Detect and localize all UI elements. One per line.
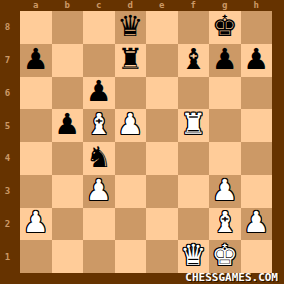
white-pawn: ♟ [117,110,143,139]
square-f4[interactable] [178,142,210,175]
square-f1[interactable]: ♛ [178,240,210,273]
rank-label-8: 8 [0,11,20,44]
white-rook: ♜ [180,110,206,139]
rank-label-5: 5 [0,109,20,142]
square-e6[interactable] [146,77,178,110]
square-g8[interactable]: ♚ [209,11,241,44]
square-a6[interactable] [20,77,52,110]
black-bishop: ♝ [180,45,206,74]
square-b5[interactable]: ♟ [52,109,84,142]
square-d5[interactable]: ♟ [115,109,147,142]
square-c5[interactable]: ♝ [83,109,115,142]
rank-labels: 87654321 [0,11,20,273]
square-c2[interactable] [83,208,115,241]
square-d6[interactable] [115,77,147,110]
square-g7[interactable]: ♟ [209,44,241,77]
white-pawn: ♟ [212,176,238,205]
square-b8[interactable] [52,11,84,44]
square-h6[interactable] [241,77,273,110]
square-a5[interactable] [20,109,52,142]
square-c8[interactable] [83,11,115,44]
square-c6[interactable]: ♟ [83,77,115,110]
file-label-b: b [52,0,84,11]
square-g4[interactable] [209,142,241,175]
square-e3[interactable] [146,175,178,208]
white-bishop: ♝ [86,110,112,139]
square-h8[interactable] [241,11,273,44]
white-queen: ♛ [180,241,206,270]
square-f2[interactable] [178,208,210,241]
square-f5[interactable]: ♜ [178,109,210,142]
square-f8[interactable] [178,11,210,44]
square-g2[interactable]: ♝ [209,208,241,241]
rank-label-6: 6 [0,77,20,110]
square-h4[interactable] [241,142,273,175]
square-h1[interactable] [241,240,273,273]
rank-label-2: 2 [0,208,20,241]
square-c4[interactable]: ♞ [83,142,115,175]
square-d3[interactable] [115,175,147,208]
square-a2[interactable]: ♟ [20,208,52,241]
black-pawn: ♟ [212,45,238,74]
white-pawn: ♟ [23,208,49,237]
rank-label-4: 4 [0,142,20,175]
black-pawn: ♟ [243,45,269,74]
square-b3[interactable] [52,175,84,208]
square-b7[interactable] [52,44,84,77]
file-label-h: h [241,0,273,11]
black-knight: ♞ [86,143,112,172]
square-e5[interactable] [146,109,178,142]
square-g3[interactable]: ♟ [209,175,241,208]
square-a8[interactable] [20,11,52,44]
black-king: ♚ [212,12,238,41]
square-c7[interactable] [83,44,115,77]
square-e1[interactable] [146,240,178,273]
square-a4[interactable] [20,142,52,175]
square-g1[interactable]: ♚ [209,240,241,273]
square-h2[interactable]: ♟ [241,208,273,241]
file-label-f: f [178,0,210,11]
black-pawn: ♟ [86,77,112,106]
square-d7[interactable]: ♜ [115,44,147,77]
square-a3[interactable] [20,175,52,208]
square-e4[interactable] [146,142,178,175]
black-pawn: ♟ [54,110,80,139]
rank-label-1: 1 [0,240,20,273]
chessgames-watermark: CHESSGAMES.COM [185,272,278,284]
chess-diagram: abcdefgh 87654321 ♛♚♟♜♝♟♟♟♟♝♟♜♞♟♟♟♝♟♛♚ C… [0,0,284,284]
chess-board: ♛♚♟♜♝♟♟♟♟♝♟♜♞♟♟♟♝♟♛♚ [20,11,272,273]
square-g5[interactable] [209,109,241,142]
square-a1[interactable] [20,240,52,273]
rank-label-7: 7 [0,44,20,77]
square-a7[interactable]: ♟ [20,44,52,77]
square-e8[interactable] [146,11,178,44]
black-pawn: ♟ [23,45,49,74]
square-b6[interactable] [52,77,84,110]
rank-label-3: 3 [0,175,20,208]
square-f6[interactable] [178,77,210,110]
file-label-c: c [83,0,115,11]
square-e2[interactable] [146,208,178,241]
black-rook: ♜ [117,45,143,74]
square-d2[interactable] [115,208,147,241]
square-c1[interactable] [83,240,115,273]
square-b2[interactable] [52,208,84,241]
square-h3[interactable] [241,175,273,208]
square-b4[interactable] [52,142,84,175]
file-label-e: e [146,0,178,11]
square-e7[interactable] [146,44,178,77]
square-d1[interactable] [115,240,147,273]
square-d4[interactable] [115,142,147,175]
square-h5[interactable] [241,109,273,142]
black-queen: ♛ [117,12,143,41]
square-d8[interactable]: ♛ [115,11,147,44]
square-b1[interactable] [52,240,84,273]
square-c3[interactable]: ♟ [83,175,115,208]
white-king: ♚ [212,241,238,270]
white-bishop: ♝ [212,208,238,237]
square-f3[interactable] [178,175,210,208]
white-pawn: ♟ [243,208,269,237]
square-f7[interactable]: ♝ [178,44,210,77]
square-h7[interactable]: ♟ [241,44,273,77]
white-pawn: ♟ [86,176,112,205]
file-label-a: a [20,0,52,11]
square-g6[interactable] [209,77,241,110]
